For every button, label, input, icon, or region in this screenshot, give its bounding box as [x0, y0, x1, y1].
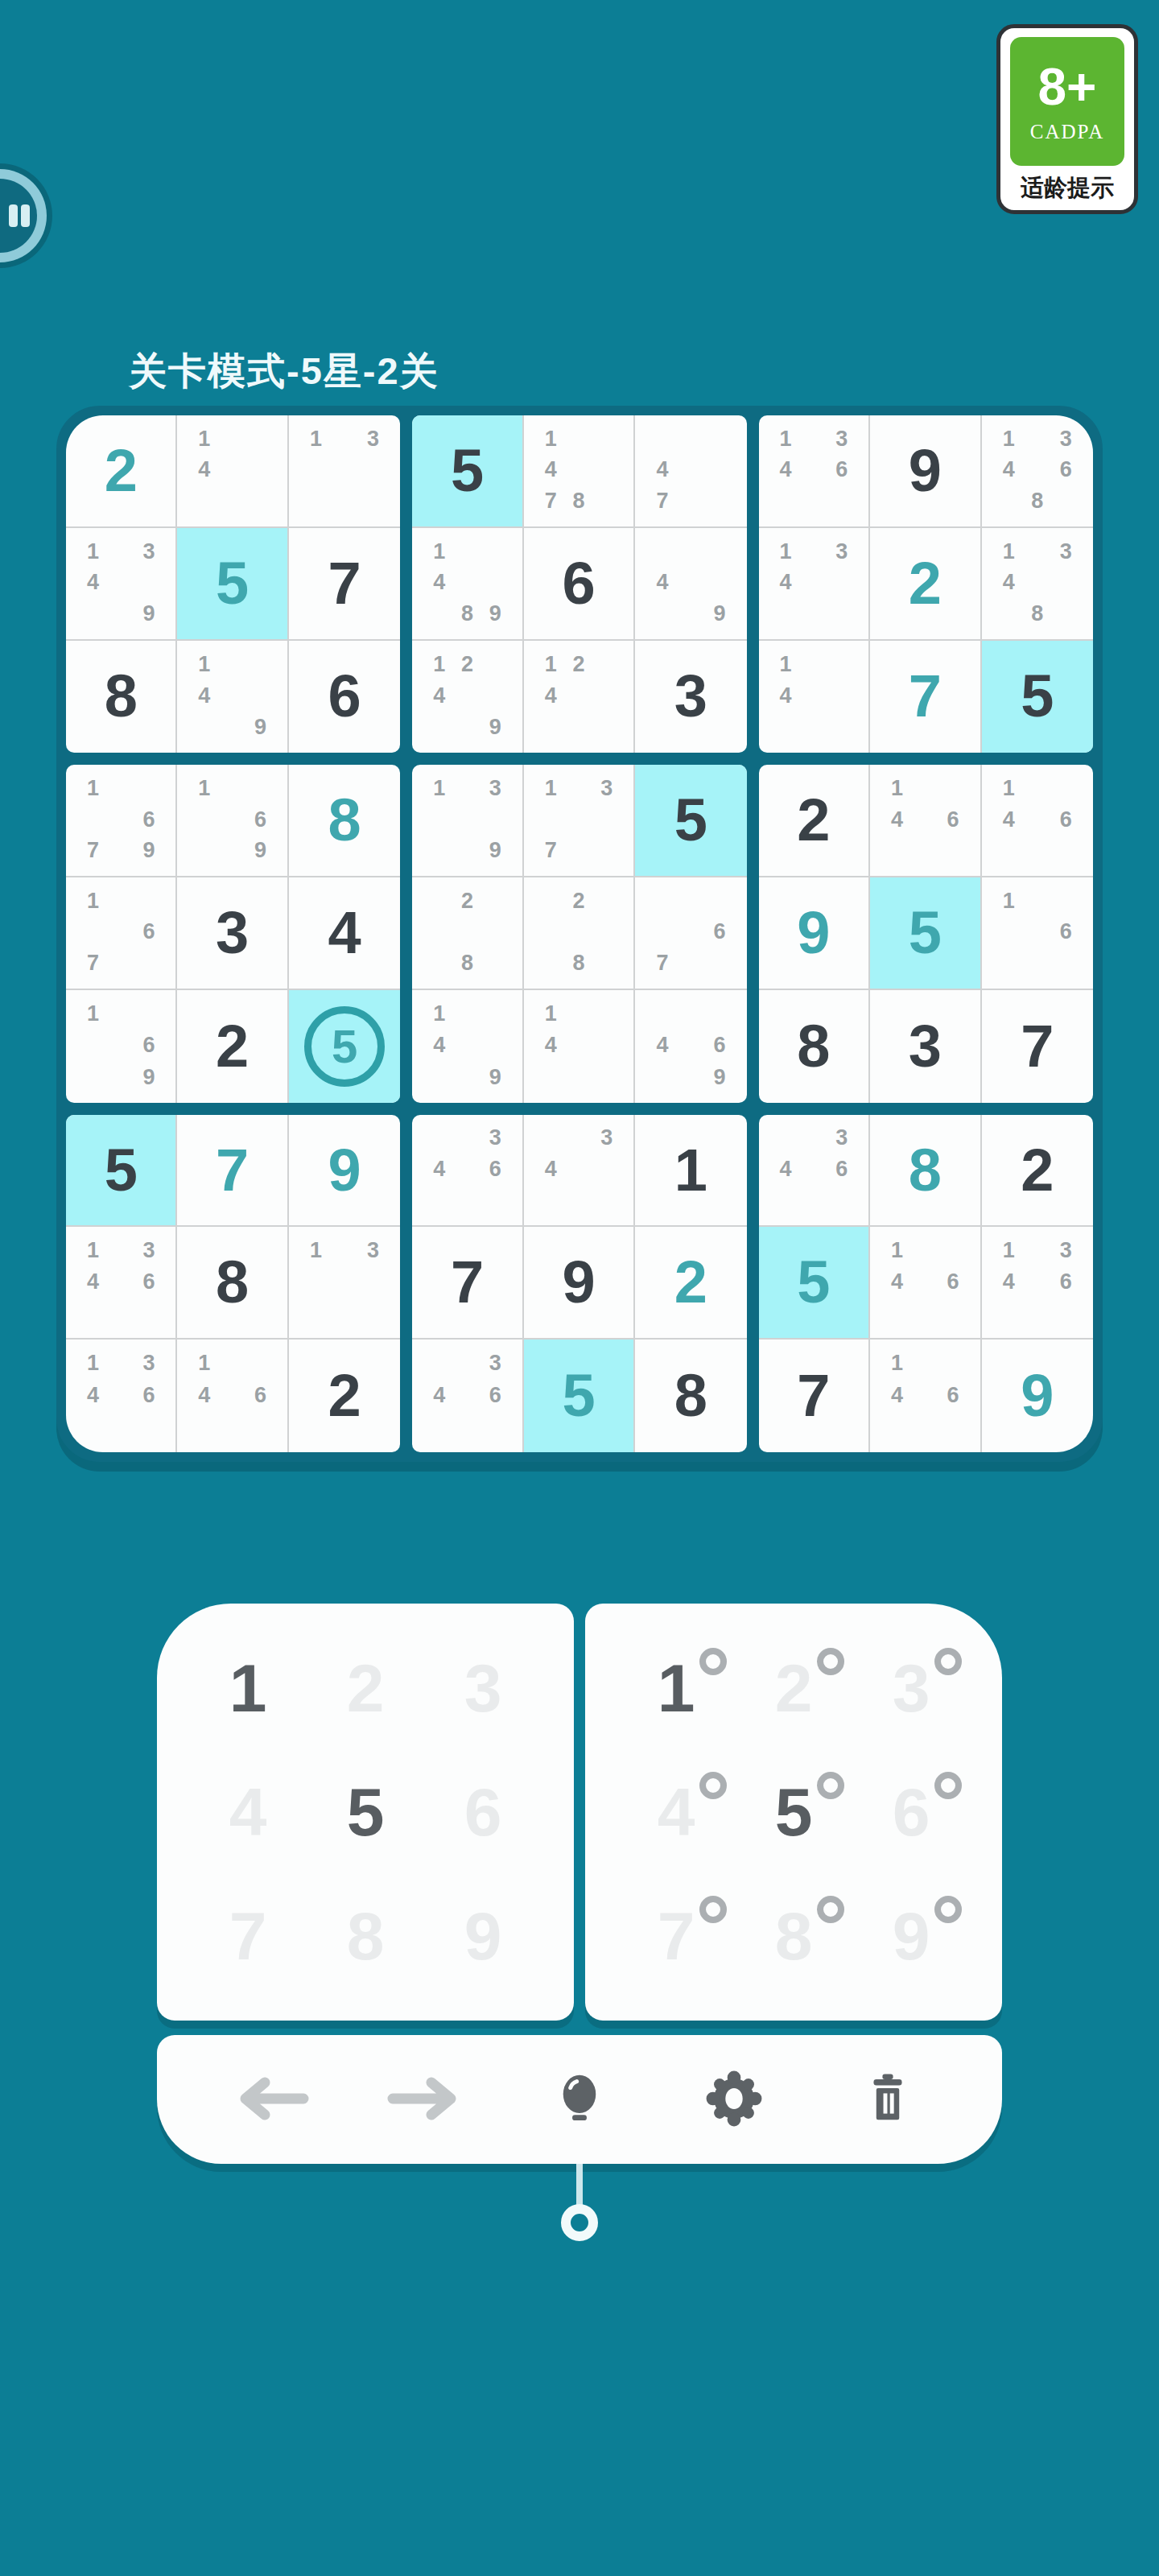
user-digit: 7 — [216, 1141, 249, 1200]
cell-r5c4[interactable]: 28 — [412, 877, 523, 990]
cell-r6c3[interactable]: 5 — [289, 990, 400, 1103]
note-digit: 4 — [772, 455, 800, 486]
cell-r8c8[interactable]: 146 — [870, 1227, 981, 1340]
note-pad-key-1[interactable]: 1 — [617, 1626, 735, 1750]
given-digit: 8 — [797, 1017, 830, 1076]
cell-r2c2[interactable]: 5 — [177, 528, 288, 641]
note-digit: 4 — [537, 1154, 565, 1185]
user-digit: 8 — [328, 791, 361, 850]
note-digit: 4 — [537, 455, 565, 486]
given-digit: 8 — [674, 1366, 707, 1426]
note-digit: 4 — [190, 680, 218, 712]
note-digit: 3 — [481, 773, 509, 804]
pencil-notes: 14 — [177, 415, 287, 526]
note-mode-ring-icon — [934, 1772, 962, 1799]
cell-r7c1[interactable]: 5 — [66, 1115, 177, 1228]
cell-r5c9[interactable]: 16 — [982, 877, 1093, 990]
pad-digit: 1 — [229, 1654, 267, 1722]
note-digit: 6 — [135, 1030, 163, 1061]
note-digit: 1 — [883, 1235, 911, 1266]
note-digit: 4 — [995, 455, 1023, 486]
given-digit: 7 — [451, 1253, 484, 1312]
given-digit: 9 — [562, 1253, 595, 1312]
cell-r4c5[interactable]: 137 — [524, 765, 635, 877]
note-digit: 6 — [705, 917, 733, 948]
number-pad: 123456789 — [157, 1604, 574, 2021]
pencil-notes: 49 — [635, 528, 746, 639]
note-digit: 1 — [302, 423, 330, 455]
note-digit: 4 — [537, 680, 565, 712]
pad-digit: 9 — [464, 1902, 502, 1970]
trash-icon — [860, 2070, 916, 2129]
user-digit: 5 — [332, 1023, 357, 1070]
panel-handle[interactable] — [561, 2204, 598, 2241]
redo-arrow-icon — [385, 2073, 465, 2127]
cell-r8c7[interactable]: 5 — [759, 1227, 870, 1340]
note-digit: 2 — [453, 649, 481, 680]
pencil-notes: 1478 — [524, 415, 633, 526]
cell-r4c8[interactable]: 146 — [870, 765, 981, 877]
toolbar — [157, 2035, 1002, 2164]
board-box-5: 139137528286714914469 — [412, 765, 746, 1102]
cell-r5c8[interactable]: 5 — [870, 877, 981, 990]
pad-digit: 8 — [347, 1902, 385, 1970]
pause-button[interactable] — [0, 169, 47, 262]
note-digit: 9 — [481, 1061, 509, 1092]
pad-digit: 6 — [464, 1778, 502, 1846]
note-digit: 3 — [481, 1348, 509, 1379]
note-digit: 9 — [135, 598, 163, 630]
pencil-notes: 134 — [759, 528, 868, 639]
cell-r9c8[interactable]: 146 — [870, 1340, 981, 1452]
cell-r8c9[interactable]: 1346 — [982, 1227, 1093, 1340]
note-digit: 9 — [705, 598, 733, 630]
cell-r9c1[interactable]: 1346 — [66, 1340, 177, 1452]
note-digit: 6 — [939, 1379, 967, 1410]
cell-r3c4[interactable]: 1249 — [412, 641, 523, 753]
pencil-notes: 1346 — [982, 1227, 1093, 1338]
note-digit: 8 — [1023, 485, 1051, 517]
pad-digit: 4 — [658, 1778, 695, 1846]
given-digit: 9 — [909, 441, 942, 501]
board-box-2: 5147847148964912491243 — [412, 415, 746, 753]
cell-r2c8[interactable]: 2 — [870, 528, 981, 641]
pause-icon — [0, 179, 37, 253]
board-box-9: 346825146134671469 — [759, 1115, 1093, 1452]
cell-r6c7[interactable]: 8 — [759, 990, 870, 1103]
note-pad-key-2[interactable]: 2 — [735, 1626, 852, 1750]
cell-r8c4[interactable]: 7 — [412, 1227, 523, 1340]
pencil-notes: 14 — [759, 641, 868, 753]
note-digit: 1 — [425, 649, 453, 680]
pencil-notes: 137 — [524, 765, 633, 876]
note-digit: 8 — [565, 485, 593, 517]
board-box-3: 1346913468134213481475 — [759, 415, 1093, 753]
given-digit: 2 — [797, 791, 830, 850]
pencil-notes: 47 — [635, 415, 746, 526]
pencil-notes: 149 — [412, 990, 522, 1103]
note-digit: 9 — [481, 712, 509, 743]
given-digit: 5 — [105, 1141, 138, 1200]
note-mode-ring-icon — [934, 1896, 962, 1923]
user-digit: 2 — [909, 554, 942, 613]
given-digit: 2 — [328, 1366, 361, 1426]
note-digit: 4 — [772, 680, 800, 712]
note-digit: 9 — [246, 836, 274, 867]
note-digit: 2 — [565, 649, 593, 680]
pencil-notes: 469 — [635, 990, 746, 1103]
note-digit: 3 — [827, 423, 856, 455]
note-digit: 1 — [772, 423, 800, 455]
cell-r1c5[interactable]: 1478 — [524, 415, 635, 528]
settings-button[interactable] — [690, 2055, 778, 2144]
note-pad-key-5[interactable]: 5 — [735, 1750, 852, 1874]
board-box-8: 34634179234658 — [412, 1115, 746, 1452]
user-digit: 7 — [909, 667, 942, 726]
cell-r1c2[interactable]: 14 — [177, 415, 288, 528]
cell-r9c6[interactable]: 8 — [635, 1340, 746, 1452]
note-digit: 2 — [565, 885, 593, 917]
user-digit: 9 — [328, 1141, 361, 1200]
pad-digit: 2 — [775, 1654, 813, 1722]
given-digit: 3 — [674, 667, 707, 726]
note-digit: 1 — [425, 536, 453, 568]
user-digit: 5 — [909, 903, 942, 963]
note-digit: 6 — [1052, 455, 1080, 486]
note-digit: 7 — [79, 836, 107, 867]
cell-r1c7[interactable]: 1346 — [759, 415, 870, 528]
note-digit: 3 — [135, 1348, 163, 1379]
cell-r9c3[interactable]: 2 — [289, 1340, 400, 1452]
selected-digit-ring: 5 — [304, 1006, 385, 1087]
note-pad-key-4[interactable]: 4 — [617, 1750, 735, 1874]
cell-r7c6[interactable]: 1 — [635, 1115, 746, 1228]
number-pad-key-8[interactable]: 8 — [307, 1874, 424, 1998]
note-digit: 1 — [883, 773, 911, 804]
cell-r5c6[interactable]: 67 — [635, 877, 746, 990]
note-digit: 6 — [827, 455, 856, 486]
note-digit: 6 — [135, 917, 163, 948]
note-mode-ring-icon — [817, 1896, 844, 1923]
cell-r1c4[interactable]: 5 — [412, 415, 523, 528]
board-box-7: 579134681313461462 — [66, 1115, 400, 1452]
note-pad-key-8[interactable]: 8 — [735, 1874, 852, 1998]
note-digit: 1 — [537, 998, 565, 1030]
cell-r8c5[interactable]: 9 — [524, 1227, 635, 1340]
cell-r8c2[interactable]: 8 — [177, 1227, 288, 1340]
pencil-notes: 169 — [66, 990, 175, 1103]
cell-r6c8[interactable]: 3 — [870, 990, 981, 1103]
given-digit: 8 — [216, 1253, 249, 1312]
given-digit: 8 — [105, 667, 138, 726]
cell-r9c4[interactable]: 346 — [412, 1340, 523, 1452]
cell-r4c6[interactable]: 5 — [635, 765, 746, 877]
note-digit: 4 — [995, 804, 1023, 836]
pencil-notes: 16 — [982, 877, 1093, 989]
cell-r9c9[interactable]: 9 — [982, 1340, 1093, 1452]
note-digit: 7 — [648, 485, 676, 517]
board-box-1: 2141313495781496 — [66, 415, 400, 753]
pencil-notes: 1346 — [759, 415, 868, 526]
panel-handle-line — [576, 2164, 583, 2206]
note-digit: 1 — [995, 1235, 1023, 1266]
cell-r4c9[interactable]: 146 — [982, 765, 1093, 877]
note-digit: 1 — [302, 1235, 330, 1266]
cell-r1c6[interactable]: 47 — [635, 415, 746, 528]
undo-arrow-icon — [231, 2073, 311, 2127]
note-digit: 3 — [135, 536, 163, 568]
cell-r6c9[interactable]: 7 — [982, 990, 1093, 1103]
pencil-notes: 28 — [524, 877, 633, 989]
number-pad-key-9[interactable]: 9 — [424, 1874, 542, 1998]
pad-digit: 3 — [893, 1654, 930, 1722]
given-digit: 2 — [1021, 1141, 1054, 1200]
user-digit: 9 — [797, 903, 830, 963]
note-digit: 3 — [1052, 423, 1080, 455]
cell-r3c2[interactable]: 149 — [177, 641, 288, 753]
cell-r9c2[interactable]: 146 — [177, 1340, 288, 1452]
pad-digit: 7 — [229, 1902, 267, 1970]
cell-r7c2[interactable]: 7 — [177, 1115, 288, 1228]
cell-r6c4[interactable]: 149 — [412, 990, 523, 1103]
cell-r6c5[interactable]: 14 — [524, 990, 635, 1103]
cell-r5c3[interactable]: 4 — [289, 877, 400, 990]
cell-r5c2[interactable]: 3 — [177, 877, 288, 990]
cell-r4c7[interactable]: 2 — [759, 765, 870, 877]
note-digit: 4 — [425, 567, 453, 598]
cell-r2c6[interactable]: 49 — [635, 528, 746, 641]
pencil-notes: 1348 — [982, 528, 1093, 639]
pad-digit: 6 — [893, 1778, 930, 1846]
cell-r7c8[interactable]: 8 — [870, 1115, 981, 1228]
note-digit: 3 — [359, 1235, 387, 1266]
note-digit: 8 — [453, 598, 481, 630]
cell-r2c9[interactable]: 1348 — [982, 528, 1093, 641]
note-digit: 4 — [79, 1266, 107, 1298]
note-pad: 123456789 — [585, 1604, 1002, 2021]
cell-r3c6[interactable]: 3 — [635, 641, 746, 753]
note-pad-key-3[interactable]: 3 — [852, 1626, 970, 1750]
age-rating-org: CADPA — [1030, 121, 1104, 143]
pad-digit: 4 — [229, 1778, 267, 1846]
note-digit: 1 — [79, 773, 107, 804]
note-digit: 7 — [537, 836, 565, 867]
note-digit: 4 — [190, 455, 218, 486]
cell-r9c7[interactable]: 7 — [759, 1340, 870, 1452]
note-digit: 4 — [190, 1379, 218, 1410]
note-digit: 7 — [537, 485, 565, 517]
user-digit: 5 — [562, 1366, 595, 1426]
given-digit: 6 — [328, 667, 361, 726]
note-digit: 1 — [995, 536, 1023, 568]
pencil-notes: 346 — [759, 1115, 868, 1226]
pencil-notes: 169 — [177, 765, 287, 876]
note-digit: 1 — [883, 1348, 911, 1379]
cell-r4c2[interactable]: 169 — [177, 765, 288, 877]
cell-r9c5[interactable]: 5 — [524, 1340, 635, 1452]
pencil-notes: 1249 — [412, 641, 522, 753]
cell-r6c2[interactable]: 2 — [177, 990, 288, 1103]
note-digit: 4 — [79, 1379, 107, 1410]
pencil-notes: 146 — [177, 1340, 287, 1452]
note-digit: 1 — [537, 773, 565, 804]
cell-r7c9[interactable]: 2 — [982, 1115, 1093, 1228]
note-digit: 1 — [995, 773, 1023, 804]
pencil-notes: 13468 — [982, 415, 1093, 526]
number-pad-key-3[interactable]: 3 — [424, 1626, 542, 1750]
number-pad-key-4[interactable]: 4 — [189, 1750, 307, 1874]
cell-r5c1[interactable]: 167 — [66, 877, 177, 990]
cell-r4c1[interactable]: 1679 — [66, 765, 177, 877]
pad-digit: 8 — [775, 1902, 813, 1970]
pencil-notes: 1346 — [66, 1340, 175, 1452]
note-pad-key-7[interactable]: 7 — [617, 1874, 735, 1998]
board-box-4: 167916981673416925 — [66, 765, 400, 1102]
cell-r5c7[interactable]: 9 — [759, 877, 870, 990]
cell-r7c5[interactable]: 34 — [524, 1115, 635, 1228]
note-digit: 1 — [772, 649, 800, 680]
note-digit: 1 — [425, 998, 453, 1030]
given-digit: 7 — [328, 554, 361, 613]
note-digit: 4 — [883, 1379, 911, 1410]
note-digit: 1 — [537, 423, 565, 455]
note-digit: 6 — [246, 804, 274, 836]
number-pad-key-2[interactable]: 2 — [307, 1626, 424, 1750]
cell-r2c1[interactable]: 1349 — [66, 528, 177, 641]
number-pad-key-1[interactable]: 1 — [189, 1626, 307, 1750]
given-digit: 3 — [909, 1017, 942, 1076]
cell-r7c4[interactable]: 346 — [412, 1115, 523, 1228]
note-mode-ring-icon — [699, 1896, 727, 1923]
note-digit: 1 — [995, 423, 1023, 455]
pencil-notes: 67 — [635, 877, 746, 989]
note-mode-ring-icon — [817, 1772, 844, 1799]
undo-button[interactable] — [227, 2055, 316, 2144]
cell-r1c9[interactable]: 13468 — [982, 415, 1093, 528]
pad-digit: 5 — [347, 1778, 385, 1846]
cell-r8c1[interactable]: 1346 — [66, 1227, 177, 1340]
note-mode-ring-icon — [699, 1772, 727, 1799]
note-digit: 6 — [246, 1379, 274, 1410]
pencil-notes: 139 — [412, 765, 522, 876]
pencil-notes: 146 — [870, 1227, 980, 1338]
user-digit: 8 — [909, 1141, 942, 1200]
note-pad-key-9[interactable]: 9 — [852, 1874, 970, 1998]
note-pad-key-6[interactable]: 6 — [852, 1750, 970, 1874]
user-digit: 9 — [1021, 1366, 1054, 1426]
sudoku-board: 2141313495781496514784714896491249124313… — [56, 406, 1103, 1462]
given-digit: 5 — [674, 791, 707, 850]
note-digit: 1 — [425, 773, 453, 804]
note-digit: 3 — [1052, 536, 1080, 568]
note-digit: 1 — [190, 773, 218, 804]
cell-r1c1[interactable]: 2 — [66, 415, 177, 528]
note-digit: 6 — [481, 1154, 509, 1185]
note-digit: 4 — [425, 1379, 453, 1410]
note-digit: 4 — [79, 567, 107, 598]
note-digit: 1 — [79, 998, 107, 1030]
cell-r3c7[interactable]: 14 — [759, 641, 870, 753]
pencil-notes: 146 — [870, 765, 980, 876]
cell-r7c7[interactable]: 346 — [759, 1115, 870, 1228]
cell-r6c1[interactable]: 169 — [66, 990, 177, 1103]
cell-r2c4[interactable]: 1489 — [412, 528, 523, 641]
cell-r4c4[interactable]: 139 — [412, 765, 523, 877]
level-title: 关卡模式-5星-2关 — [129, 346, 439, 397]
number-pad-key-5[interactable]: 5 — [307, 1750, 424, 1874]
note-digit: 1 — [995, 885, 1023, 917]
note-digit: 4 — [425, 680, 453, 712]
age-rating-caption: 适龄提示 — [1021, 172, 1114, 204]
cell-r3c3[interactable]: 6 — [289, 641, 400, 753]
note-digit: 1 — [772, 536, 800, 568]
cell-r7c3[interactable]: 9 — [289, 1115, 400, 1228]
note-digit: 6 — [135, 1379, 163, 1410]
note-digit: 3 — [592, 773, 621, 804]
hint-button[interactable] — [535, 2055, 624, 2144]
cell-r2c3[interactable]: 7 — [289, 528, 400, 641]
cell-r5c5[interactable]: 28 — [524, 877, 635, 990]
cell-r2c5[interactable]: 6 — [524, 528, 635, 641]
cell-r3c8[interactable]: 7 — [870, 641, 981, 753]
note-digit: 8 — [453, 947, 481, 979]
note-digit: 4 — [648, 567, 676, 598]
pad-digit: 3 — [464, 1654, 502, 1722]
note-digit: 6 — [1052, 917, 1080, 948]
note-digit: 9 — [481, 598, 509, 630]
pencil-notes: 28 — [412, 877, 522, 989]
board-box-6: 21461469516837 — [759, 765, 1093, 1102]
note-digit: 4 — [537, 1030, 565, 1061]
cell-r1c8[interactable]: 9 — [870, 415, 981, 528]
given-digit: 7 — [1021, 1017, 1054, 1076]
redo-button[interactable] — [381, 2055, 469, 2144]
note-digit: 6 — [1052, 1266, 1080, 1298]
user-digit: 2 — [105, 441, 138, 501]
cell-r3c9[interactable]: 5 — [982, 641, 1093, 753]
cell-r6c6[interactable]: 469 — [635, 990, 746, 1103]
note-digit: 9 — [135, 836, 163, 867]
note-digit: 1 — [79, 885, 107, 917]
cell-r3c1[interactable]: 8 — [66, 641, 177, 753]
cell-r8c6[interactable]: 2 — [635, 1227, 746, 1340]
note-digit: 4 — [772, 1154, 800, 1185]
pencil-notes: 1679 — [66, 765, 175, 876]
cell-r3c5[interactable]: 124 — [524, 641, 635, 753]
cell-r8c3[interactable]: 13 — [289, 1227, 400, 1340]
note-digit: 4 — [425, 1154, 453, 1185]
note-digit: 1 — [190, 1348, 218, 1379]
user-digit: 5 — [216, 554, 249, 613]
cell-r4c3[interactable]: 8 — [289, 765, 400, 877]
given-digit: 6 — [562, 554, 595, 613]
note-digit: 1 — [79, 1348, 107, 1379]
given-digit: 3 — [216, 903, 249, 963]
number-pad-key-6[interactable]: 6 — [424, 1750, 542, 1874]
given-digit: 5 — [451, 441, 484, 501]
number-pad-key-7[interactable]: 7 — [189, 1874, 307, 1998]
note-mode-ring-icon — [934, 1648, 962, 1675]
cell-r1c3[interactable]: 13 — [289, 415, 400, 528]
cell-r2c7[interactable]: 134 — [759, 528, 870, 641]
given-digit: 7 — [797, 1366, 830, 1426]
note-digit: 8 — [565, 947, 593, 979]
note-digit: 1 — [190, 423, 218, 455]
given-digit: 5 — [1021, 667, 1054, 726]
erase-button[interactable] — [843, 2055, 932, 2144]
pencil-notes: 1346 — [66, 1227, 175, 1338]
pencil-notes: 146 — [982, 765, 1093, 876]
